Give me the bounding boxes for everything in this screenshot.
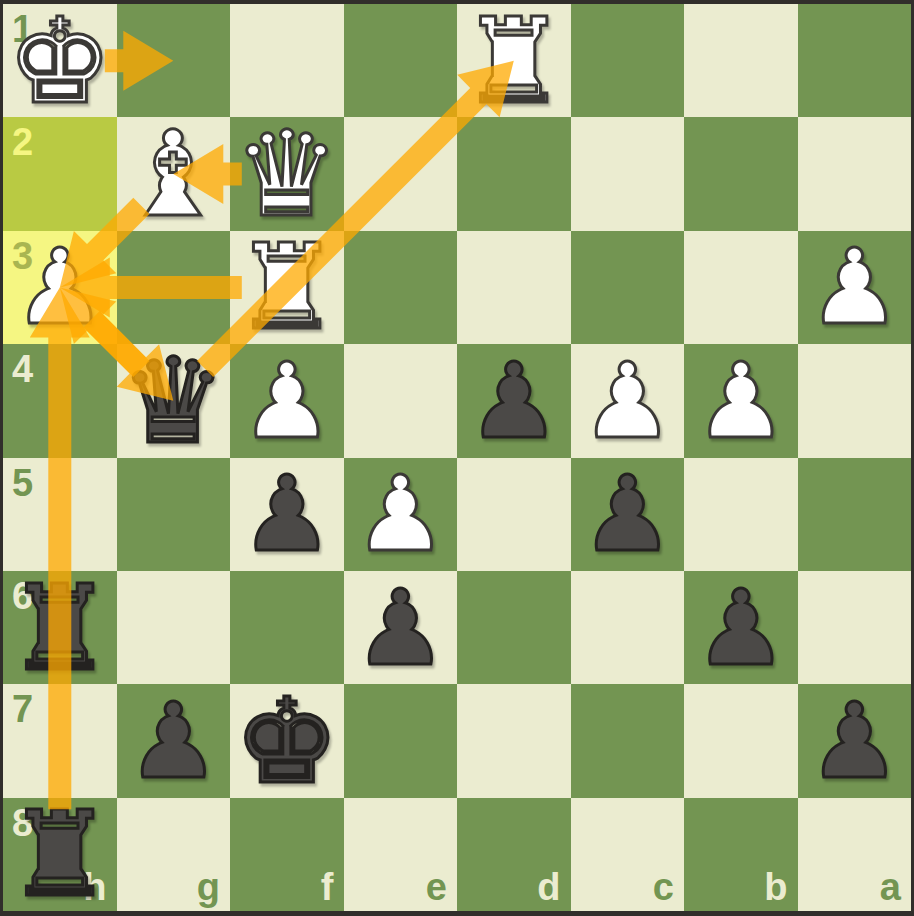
- square-e1[interactable]: [344, 4, 458, 117]
- square-f4[interactable]: ♟: [230, 344, 344, 457]
- rank-label-2: 2: [12, 123, 33, 161]
- square-c5[interactable]: ♟: [571, 458, 685, 571]
- square-a7[interactable]: ♟: [798, 684, 912, 797]
- square-e8[interactable]: e: [344, 798, 458, 911]
- square-g4[interactable]: ♛: [117, 344, 231, 457]
- black-pawn[interactable]: ♟: [798, 684, 912, 797]
- white-pawn[interactable]: ♟: [344, 458, 458, 571]
- white-pawn[interactable]: ♟: [571, 344, 685, 457]
- square-b3[interactable]: [684, 231, 798, 344]
- square-b6[interactable]: ♟: [684, 571, 798, 684]
- square-b4[interactable]: ♟: [684, 344, 798, 457]
- square-d8[interactable]: d: [457, 798, 571, 911]
- white-rook[interactable]: ♜: [457, 4, 571, 117]
- square-d1[interactable]: ♜: [457, 4, 571, 117]
- square-f2[interactable]: ♛: [230, 117, 344, 230]
- square-e2[interactable]: [344, 117, 458, 230]
- square-h8[interactable]: 8h♜: [3, 798, 117, 911]
- square-f3[interactable]: ♜: [230, 231, 344, 344]
- white-pawn[interactable]: ♟: [798, 231, 912, 344]
- black-rook[interactable]: ♜: [3, 798, 117, 911]
- black-rook[interactable]: ♜: [3, 571, 117, 684]
- square-c7[interactable]: [571, 684, 685, 797]
- square-g2[interactable]: ♝: [117, 117, 231, 230]
- rank-label-5: 5: [12, 464, 33, 502]
- square-f6[interactable]: [230, 571, 344, 684]
- square-a2[interactable]: [798, 117, 912, 230]
- square-a3[interactable]: ♟: [798, 231, 912, 344]
- file-label-c: c: [653, 868, 674, 906]
- square-a4[interactable]: [798, 344, 912, 457]
- square-f8[interactable]: f: [230, 798, 344, 911]
- black-pawn[interactable]: ♟: [457, 344, 571, 457]
- white-pawn[interactable]: ♟: [3, 231, 117, 344]
- square-d4[interactable]: ♟: [457, 344, 571, 457]
- black-pawn[interactable]: ♟: [117, 684, 231, 797]
- square-g7[interactable]: ♟: [117, 684, 231, 797]
- square-a6[interactable]: [798, 571, 912, 684]
- square-g6[interactable]: [117, 571, 231, 684]
- square-g8[interactable]: g: [117, 798, 231, 911]
- file-label-g: g: [197, 868, 220, 906]
- rank-label-4: 4: [12, 350, 33, 388]
- black-queen[interactable]: ♛: [117, 344, 231, 457]
- square-c2[interactable]: [571, 117, 685, 230]
- square-d6[interactable]: [457, 571, 571, 684]
- white-pawn[interactable]: ♟: [684, 344, 798, 457]
- file-label-f: f: [321, 868, 334, 906]
- square-c8[interactable]: c: [571, 798, 685, 911]
- black-pawn[interactable]: ♟: [684, 571, 798, 684]
- square-d7[interactable]: [457, 684, 571, 797]
- square-c1[interactable]: [571, 4, 685, 117]
- square-d2[interactable]: [457, 117, 571, 230]
- file-label-d: d: [537, 868, 560, 906]
- black-pawn[interactable]: ♟: [344, 571, 458, 684]
- chess-board[interactable]: 1♚♜2♝♛3♟♜♟4♛♟♟♟♟5♟♟♟6♜♟♟7♟♚♟8h♜gfedcba: [3, 4, 911, 911]
- file-label-b: b: [764, 868, 787, 906]
- rank-label-7: 7: [12, 690, 33, 728]
- square-h7[interactable]: 7: [3, 684, 117, 797]
- white-king[interactable]: ♚: [3, 4, 117, 117]
- square-g1[interactable]: [117, 4, 231, 117]
- square-h2[interactable]: 2: [3, 117, 117, 230]
- square-c6[interactable]: [571, 571, 685, 684]
- square-b1[interactable]: [684, 4, 798, 117]
- white-pawn[interactable]: ♟: [230, 344, 344, 457]
- file-label-a: a: [880, 868, 901, 906]
- square-d3[interactable]: [457, 231, 571, 344]
- square-h1[interactable]: 1♚: [3, 4, 117, 117]
- square-g3[interactable]: [117, 231, 231, 344]
- file-label-e: e: [426, 868, 447, 906]
- square-a5[interactable]: [798, 458, 912, 571]
- square-h6[interactable]: 6♜: [3, 571, 117, 684]
- square-c4[interactable]: ♟: [571, 344, 685, 457]
- square-f7[interactable]: ♚: [230, 684, 344, 797]
- square-a1[interactable]: [798, 4, 912, 117]
- square-e3[interactable]: [344, 231, 458, 344]
- square-d5[interactable]: [457, 458, 571, 571]
- square-f5[interactable]: ♟: [230, 458, 344, 571]
- white-bishop[interactable]: ♝: [117, 117, 231, 230]
- square-g5[interactable]: [117, 458, 231, 571]
- square-b8[interactable]: b: [684, 798, 798, 911]
- square-e4[interactable]: [344, 344, 458, 457]
- square-c3[interactable]: [571, 231, 685, 344]
- black-pawn[interactable]: ♟: [571, 458, 685, 571]
- square-h4[interactable]: 4: [3, 344, 117, 457]
- square-h5[interactable]: 5: [3, 458, 117, 571]
- square-a8[interactable]: a: [798, 798, 912, 911]
- square-e7[interactable]: [344, 684, 458, 797]
- square-b7[interactable]: [684, 684, 798, 797]
- square-h3[interactable]: 3♟: [3, 231, 117, 344]
- black-king[interactable]: ♚: [230, 684, 344, 797]
- white-queen[interactable]: ♛: [230, 117, 344, 230]
- square-b5[interactable]: [684, 458, 798, 571]
- square-e5[interactable]: ♟: [344, 458, 458, 571]
- square-e6[interactable]: ♟: [344, 571, 458, 684]
- black-pawn[interactable]: ♟: [230, 458, 344, 571]
- white-rook[interactable]: ♜: [230, 231, 344, 344]
- square-f1[interactable]: [230, 4, 344, 117]
- square-b2[interactable]: [684, 117, 798, 230]
